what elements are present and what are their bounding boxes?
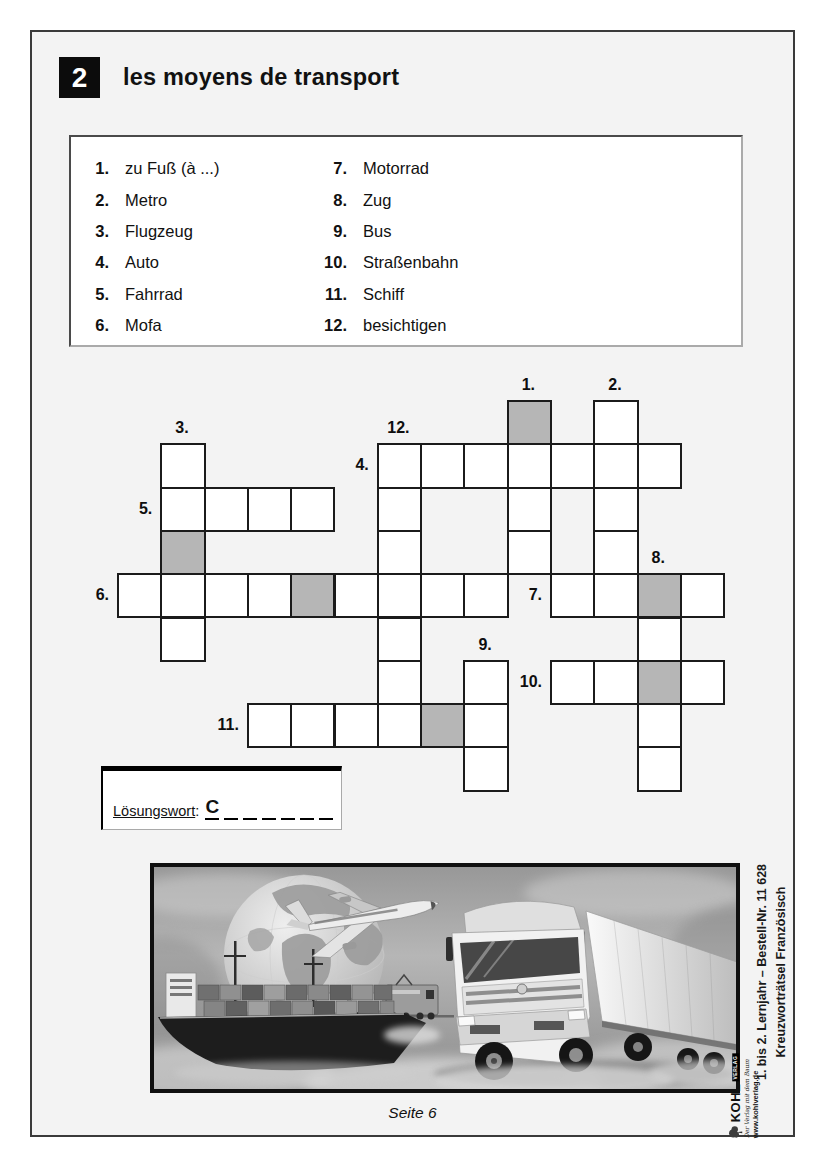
grid-clue-number: 12. (368, 418, 428, 438)
clue-number: 5. (79, 285, 109, 304)
clue-list-left: 1.zu Fuß (à ...)2.Metro3.Flugzeug4.Auto5… (79, 153, 219, 341)
grid-cell-gray[interactable] (637, 573, 682, 618)
kohl-logo-url: www.kohlverlag.de (752, 1054, 760, 1139)
grid-clue-number: 6. (55, 585, 109, 605)
grid-cell[interactable] (463, 746, 508, 791)
clue-number: 12. (317, 316, 347, 335)
grid-cell[interactable] (377, 573, 422, 618)
grid-cell[interactable] (507, 443, 552, 488)
clue-number: 9. (317, 222, 347, 241)
sidebar-line-inner: 1. bis 2. Lernjahr – Bestell-Nr. 11 628 (753, 864, 772, 1080)
clue-number: 7. (317, 159, 347, 178)
clue-item: 1.zu Fuß (à ...) (79, 153, 219, 184)
header-number-box: 2 (59, 57, 100, 98)
grid-cell[interactable] (247, 703, 292, 748)
grid-cell[interactable] (593, 573, 638, 618)
kohl-logo-box: VERLAG (732, 1054, 739, 1082)
grid-cell[interactable] (463, 703, 508, 748)
grid-cell[interactable] (550, 660, 595, 705)
kohl-logo-tagline: Der Verlag mit dem Baum (744, 1054, 750, 1139)
clue-number: 1. (79, 159, 109, 178)
solution-given-letter: C (205, 797, 219, 820)
clue-item: 9.Bus (317, 216, 458, 247)
clue-text: Metro (125, 191, 167, 210)
clue-box: 1.zu Fuß (à ...)2.Metro3.Flugzeug4.Auto5… (69, 135, 743, 347)
clue-text: Straßenbahn (363, 253, 458, 272)
clue-number: 3. (79, 222, 109, 241)
solution-box: Lösungswort:C (101, 766, 342, 830)
clue-item: 8.Zug (317, 184, 458, 215)
sidebar-imprint: 1. bis 2. Lernjahr – Bestell-Nr. 11 628 … (753, 864, 791, 1080)
worksheet-page: { "game": "crossword (Kreuzworträtsel Fr… (0, 0, 827, 1169)
clue-item: 11.Schiff (317, 279, 458, 310)
grid-cell[interactable] (507, 487, 552, 532)
clue-text: Schiff (363, 285, 404, 304)
grid-cell[interactable] (377, 703, 422, 748)
footer-page-number: Seite 6 (30, 1104, 795, 1122)
solution-blank[interactable] (224, 797, 238, 820)
grid-cell[interactable] (334, 703, 379, 748)
clue-text: besichtigen (363, 316, 446, 335)
grid-cell-gray[interactable] (637, 660, 682, 705)
solution-blank[interactable] (281, 797, 295, 820)
grid-cell[interactable] (117, 573, 162, 618)
clue-text: Auto (125, 253, 159, 272)
grid-cell[interactable] (593, 487, 638, 532)
clue-text: Motorrad (363, 159, 429, 178)
clue-number: 4. (79, 253, 109, 272)
grid-cell[interactable] (680, 660, 725, 705)
grid-cell[interactable] (204, 573, 249, 618)
grid-cell[interactable] (680, 573, 725, 618)
clue-text: Flugzeug (125, 222, 193, 241)
solution-row: Lösungswort:C (113, 797, 333, 820)
clue-item: 10.Straßenbahn (317, 247, 458, 278)
clue-number: 8. (317, 191, 347, 210)
clue-item: 5.Fahrrad (79, 279, 219, 310)
transport-collage-image (150, 863, 740, 1093)
grid-cell[interactable] (637, 746, 682, 791)
grid-clue-number: 3. (152, 418, 212, 438)
grid-cell[interactable] (377, 443, 422, 488)
grid-cell[interactable] (204, 487, 249, 532)
clue-text: Bus (363, 222, 391, 241)
grid-cell[interactable] (160, 443, 205, 488)
grid-cell[interactable] (377, 660, 422, 705)
clue-item: 6.Mofa (79, 310, 219, 341)
grid-clue-number: 10. (488, 672, 542, 692)
clue-text: Zug (363, 191, 391, 210)
grid-cell-gray[interactable] (420, 703, 465, 748)
grid-cell[interactable] (463, 443, 508, 488)
grid-cell[interactable] (160, 617, 205, 662)
grid-cell[interactable] (247, 573, 292, 618)
grid-cell[interactable] (160, 573, 205, 618)
grid-cell[interactable] (593, 660, 638, 705)
grid-cell[interactable] (637, 443, 682, 488)
header-number: 2 (72, 62, 88, 94)
solution-blanks (219, 802, 333, 819)
kohl-logo: KOHL VERLAG Der Verlag mit dem Baum www.… (728, 1054, 760, 1139)
clue-number: 10. (317, 253, 347, 272)
clue-item: 12.besichtigen (317, 310, 458, 341)
clue-number: 2. (79, 191, 109, 210)
grid-cell[interactable] (507, 530, 552, 575)
tree-icon (728, 1124, 743, 1138)
grid-cell[interactable] (247, 487, 292, 532)
solution-colon: : (195, 803, 199, 819)
grid-cell[interactable] (377, 530, 422, 575)
transport-collage-svg (154, 867, 736, 1089)
solution-blank[interactable] (319, 797, 333, 820)
grid-cell[interactable] (377, 487, 422, 532)
grid-cell[interactable] (637, 617, 682, 662)
grid-cell[interactable] (377, 617, 422, 662)
solution-label: Lösungswort (113, 803, 195, 819)
grid-clue-number: 7. (488, 585, 542, 605)
grid-clue-number: 2. (585, 375, 645, 395)
clue-text: Mofa (125, 316, 162, 335)
grid-clue-number: 9. (455, 635, 515, 655)
clue-text: zu Fuß (à ...) (125, 159, 219, 178)
solution-blank[interactable] (243, 797, 257, 820)
grid-cell[interactable] (593, 443, 638, 488)
grid-cell[interactable] (550, 573, 595, 618)
grid-cell[interactable] (593, 400, 638, 445)
page-title: les moyens de transport (123, 64, 399, 91)
clue-text: Fahrrad (125, 285, 183, 304)
grid-clue-number: 4. (315, 455, 369, 475)
grid-cell[interactable] (290, 487, 335, 532)
grid-cell-gray[interactable] (160, 530, 205, 575)
grid-cell[interactable] (637, 703, 682, 748)
grid-cell[interactable] (420, 573, 465, 618)
clue-item: 2.Metro (79, 184, 219, 215)
grid-cell[interactable] (550, 443, 595, 488)
clue-item: 7.Motorrad (317, 153, 458, 184)
grid-clue-number: 5. (98, 499, 152, 519)
grid-cell[interactable] (334, 573, 379, 618)
solution-blank[interactable] (300, 797, 314, 820)
grid-cell-gray[interactable] (290, 573, 335, 618)
clue-number: 11. (317, 285, 347, 304)
grid-cell[interactable] (290, 703, 335, 748)
grid-clue-number: 1. (498, 375, 558, 395)
clue-number: 6. (79, 316, 109, 335)
clue-item: 3.Flugzeug (79, 216, 219, 247)
grid-cell[interactable] (420, 443, 465, 488)
sidebar-line-outer: Kreuzworträtsel Französisch (772, 864, 791, 1080)
grid-clue-number: 11. (185, 715, 239, 735)
solution-blank[interactable] (262, 797, 276, 820)
crossword-grid: 1.2.3.12.4.5.6.7.8.9.10.11. (117, 400, 727, 794)
grid-clue-number: 8. (628, 548, 688, 568)
grid-cell-gray[interactable] (507, 400, 552, 445)
clue-list-right: 7.Motorrad8.Zug9.Bus10.Straßenbahn11.Sch… (317, 153, 458, 341)
clue-item: 4.Auto (79, 247, 219, 278)
grid-cell[interactable] (160, 487, 205, 532)
